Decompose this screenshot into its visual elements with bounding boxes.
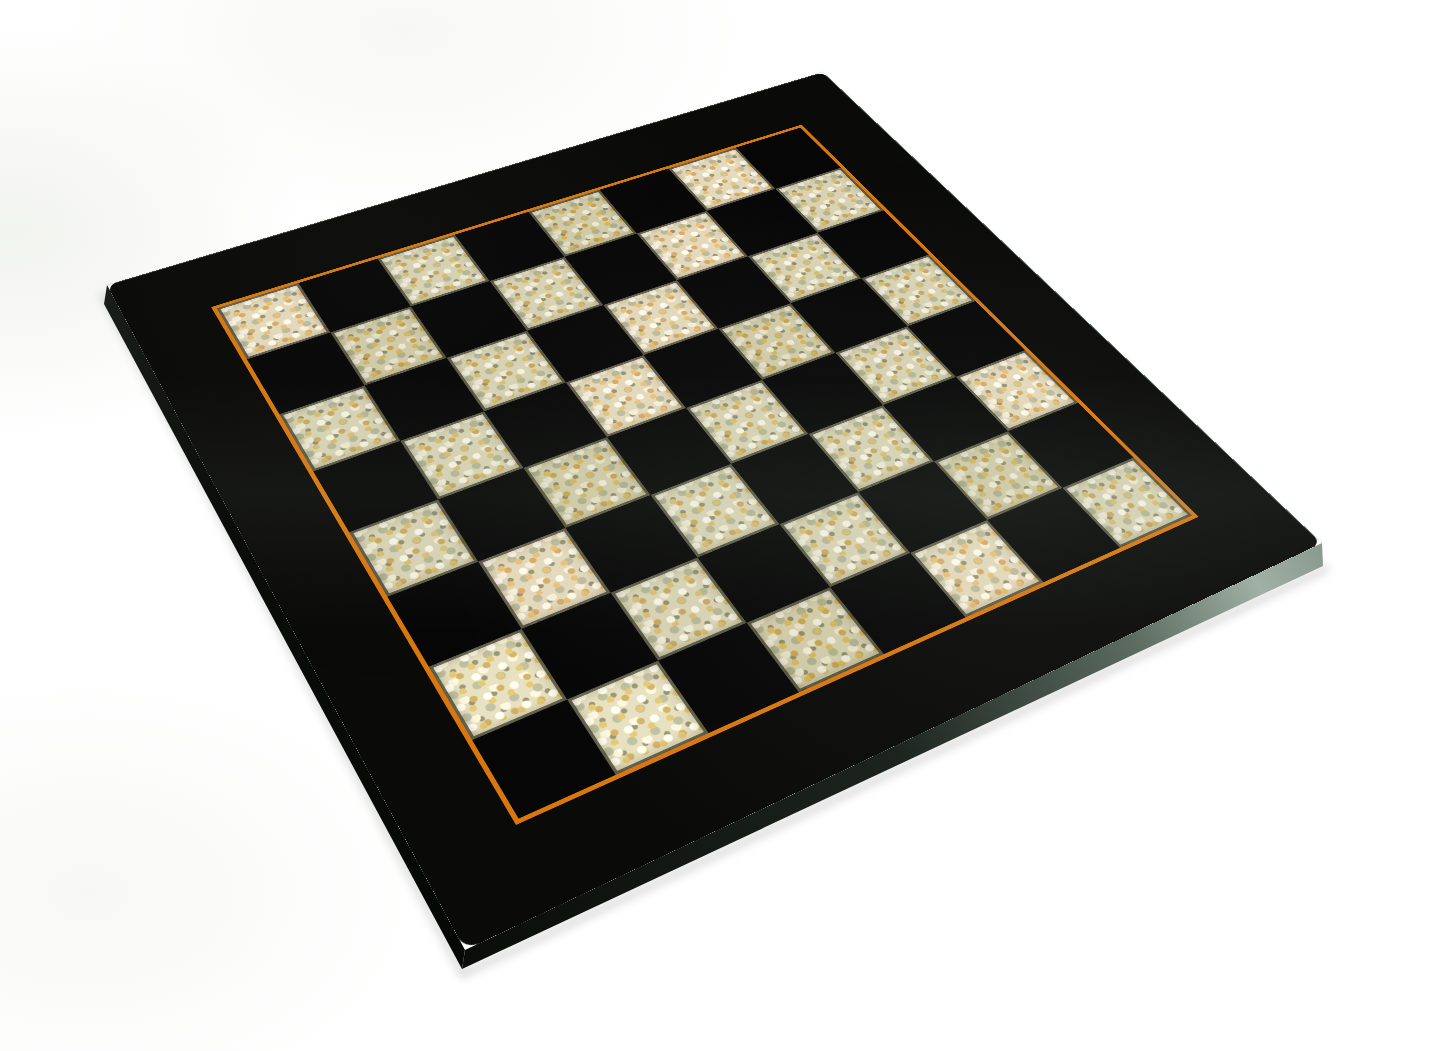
product-photo-scene — [0, 0, 1445, 1051]
playing-field-border — [211, 125, 1198, 825]
board-grid — [217, 128, 1192, 819]
chess-board — [107, 72, 1322, 950]
